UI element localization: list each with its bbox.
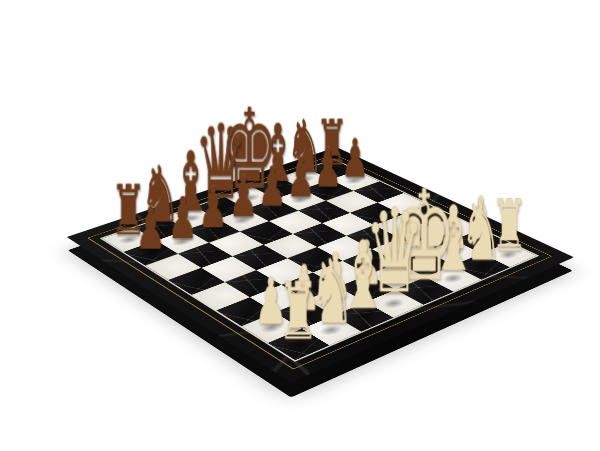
piece-black-pawn: ♟ (167, 191, 197, 246)
board-grid: ♜♞♝♛♚♝♞♜♟♟♟♟♟♟♟♟♟♟♟♟♟♟♟♟♜♞♝♛♚♝♞♜ (100, 159, 540, 362)
piece-white-rook: ♜ (278, 274, 319, 349)
board-frame: ♜♞♝♛♚♝♞♜♟♟♟♟♟♟♟♟♟♟♟♟♟♟♟♟♜♞♝♛♚♝♞♜ (67, 147, 574, 383)
piece-black-pawn: ♟ (135, 201, 165, 257)
piece-black-pawn: ♟ (314, 143, 342, 194)
piece-black-pawn: ♟ (341, 134, 369, 184)
chess-set-photo: ♜♞♝♛♚♝♞♜♟♟♟♟♟♟♟♟♟♟♟♟♟♟♟♟♜♞♝♛♚♝♞♜ (0, 0, 600, 451)
square-a5[interactable] (168, 268, 224, 295)
piece-black-pawn: ♟ (258, 161, 287, 213)
piece-black-pawn: ♟ (198, 181, 228, 235)
chess-board: ♜♞♝♛♚♝♞♜♟♟♟♟♟♟♟♟♟♟♟♟♟♟♟♟♜♞♝♛♚♝♞♜ (67, 147, 574, 383)
piece-black-pawn: ♟ (286, 152, 314, 204)
piece-black-pawn: ♟ (229, 171, 258, 224)
